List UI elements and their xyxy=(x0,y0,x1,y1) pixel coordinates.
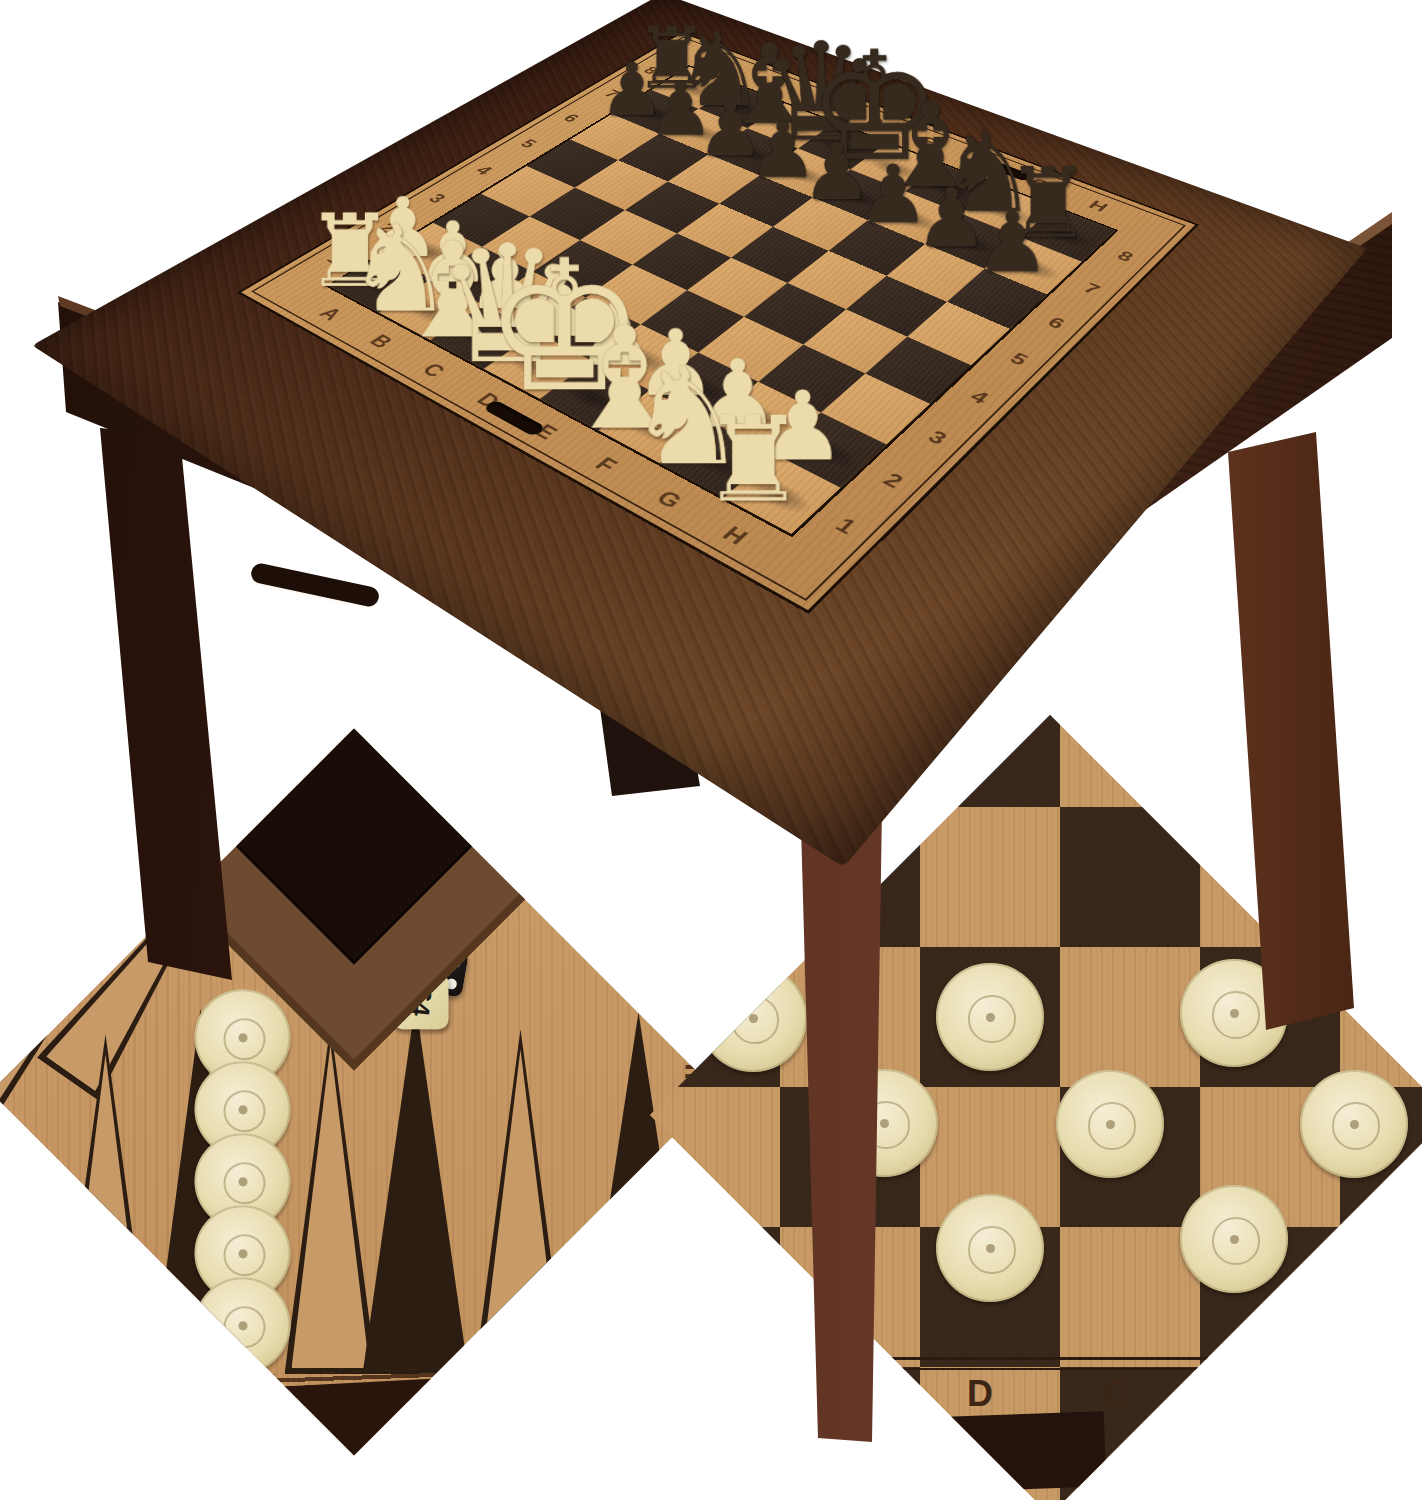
chess-table: ABCDEFGH ABCDEFGH 87654321 87654321 ♜♞♝♛… xyxy=(0,0,1422,1500)
chess-piece-bP-h7: ♟ xyxy=(975,201,1050,284)
chess-piece-wR-h1: ♜ xyxy=(700,402,805,520)
table-top: ABCDEFGH ABCDEFGH 87654321 87654321 ♜♞♝♛… xyxy=(32,0,1367,868)
